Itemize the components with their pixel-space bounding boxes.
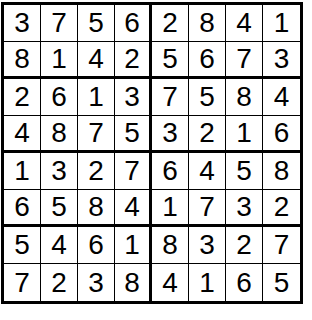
cell-r5c3[interactable]: 2 xyxy=(78,153,115,190)
cell-r3c8[interactable]: 4 xyxy=(263,79,300,116)
cell-r1c5[interactable]: 2 xyxy=(152,5,189,42)
cell-r3c4[interactable]: 3 xyxy=(115,79,152,116)
cell-r6c2[interactable]: 5 xyxy=(41,190,78,227)
cell-r5c2[interactable]: 3 xyxy=(41,153,78,190)
cell-r5c7[interactable]: 5 xyxy=(226,153,263,190)
cell-r3c7[interactable]: 8 xyxy=(226,79,263,116)
cell-r8c6[interactable]: 1 xyxy=(189,264,226,301)
cell-r1c4[interactable]: 6 xyxy=(115,5,152,42)
cell-r1c1[interactable]: 3 xyxy=(4,5,41,42)
cell-r6c4[interactable]: 4 xyxy=(115,190,152,227)
cell-r4c3[interactable]: 7 xyxy=(78,116,115,153)
cell-r8c4[interactable]: 8 xyxy=(115,264,152,301)
cell-r4c4[interactable]: 5 xyxy=(115,116,152,153)
cell-r5c1[interactable]: 1 xyxy=(4,153,41,190)
cell-r8c7[interactable]: 6 xyxy=(226,264,263,301)
cell-r3c2[interactable]: 6 xyxy=(41,79,78,116)
cell-r1c8[interactable]: 1 xyxy=(263,5,300,42)
cell-r8c5[interactable]: 4 xyxy=(152,264,189,301)
cell-r2c3[interactable]: 4 xyxy=(78,42,115,79)
cell-r3c6[interactable]: 5 xyxy=(189,79,226,116)
page: 3 7 5 6 2 8 4 1 8 1 4 2 5 6 7 3 2 6 1 3 … xyxy=(0,0,312,320)
cell-r2c7[interactable]: 7 xyxy=(226,42,263,79)
cell-r7c7[interactable]: 2 xyxy=(226,227,263,264)
cell-r4c6[interactable]: 2 xyxy=(189,116,226,153)
cell-r6c5[interactable]: 1 xyxy=(152,190,189,227)
cell-r7c4[interactable]: 1 xyxy=(115,227,152,264)
cell-r5c4[interactable]: 7 xyxy=(115,153,152,190)
cell-r7c3[interactable]: 6 xyxy=(78,227,115,264)
cell-r3c1[interactable]: 2 xyxy=(4,79,41,116)
cell-r7c1[interactable]: 5 xyxy=(4,227,41,264)
cell-r2c1[interactable]: 8 xyxy=(4,42,41,79)
cell-r8c2[interactable]: 2 xyxy=(41,264,78,301)
cell-r2c5[interactable]: 5 xyxy=(152,42,189,79)
cell-r2c2[interactable]: 1 xyxy=(41,42,78,79)
cell-r1c6[interactable]: 8 xyxy=(189,5,226,42)
sudoku-board: 3 7 5 6 2 8 4 1 8 1 4 2 5 6 7 3 2 6 1 3 … xyxy=(1,2,303,304)
cell-r4c7[interactable]: 1 xyxy=(226,116,263,153)
cell-r1c3[interactable]: 5 xyxy=(78,5,115,42)
cell-r1c7[interactable]: 4 xyxy=(226,5,263,42)
cell-r3c5[interactable]: 7 xyxy=(152,79,189,116)
cell-r8c3[interactable]: 3 xyxy=(78,264,115,301)
cell-r5c5[interactable]: 6 xyxy=(152,153,189,190)
cell-r7c8[interactable]: 7 xyxy=(263,227,300,264)
cell-r6c6[interactable]: 7 xyxy=(189,190,226,227)
cell-r4c5[interactable]: 3 xyxy=(152,116,189,153)
cell-r2c8[interactable]: 3 xyxy=(263,42,300,79)
cell-r4c2[interactable]: 8 xyxy=(41,116,78,153)
cell-r8c8[interactable]: 5 xyxy=(263,264,300,301)
cell-r3c3[interactable]: 1 xyxy=(78,79,115,116)
cell-r5c8[interactable]: 8 xyxy=(263,153,300,190)
cell-r1c2[interactable]: 7 xyxy=(41,5,78,42)
cell-r2c6[interactable]: 6 xyxy=(189,42,226,79)
cell-r8c1[interactable]: 7 xyxy=(4,264,41,301)
cell-r6c8[interactable]: 2 xyxy=(263,190,300,227)
cell-r7c5[interactable]: 8 xyxy=(152,227,189,264)
cell-r7c6[interactable]: 3 xyxy=(189,227,226,264)
cell-r4c1[interactable]: 4 xyxy=(4,116,41,153)
cell-r5c6[interactable]: 4 xyxy=(189,153,226,190)
cell-r4c8[interactable]: 6 xyxy=(263,116,300,153)
cell-r6c3[interactable]: 8 xyxy=(78,190,115,227)
cell-r6c1[interactable]: 6 xyxy=(4,190,41,227)
cell-r6c7[interactable]: 3 xyxy=(226,190,263,227)
cell-r2c4[interactable]: 2 xyxy=(115,42,152,79)
cell-r7c2[interactable]: 4 xyxy=(41,227,78,264)
